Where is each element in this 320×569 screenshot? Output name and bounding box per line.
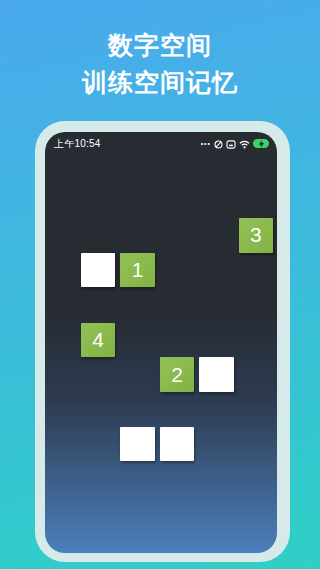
tile-number-4[interactable]: 4: [81, 323, 115, 357]
board: 3142: [45, 149, 273, 531]
phone-mockup: 上午10:54 •••: [35, 121, 290, 562]
app-background: 数字空间 训练空间记忆 上午10:54 •••: [0, 0, 320, 569]
page-title: 数字空间 训练空间记忆: [0, 27, 320, 101]
tile-number-2[interactable]: 2: [160, 357, 194, 391]
title-line-2: 训练空间记忆: [0, 64, 320, 101]
title-line-1: 数字空间: [0, 27, 320, 64]
phone-screen: 上午10:54 •••: [45, 132, 277, 553]
tile-blank[interactable]: [199, 357, 233, 391]
tile-blank[interactable]: [120, 427, 154, 461]
tile-number-1[interactable]: 1: [120, 253, 154, 287]
tile-blank[interactable]: [160, 427, 194, 461]
tile-blank[interactable]: [81, 253, 115, 287]
more-dots-icon: •••: [201, 140, 211, 148]
tile-number-3[interactable]: 3: [239, 218, 273, 252]
battery-charging-icon: [253, 139, 269, 148]
